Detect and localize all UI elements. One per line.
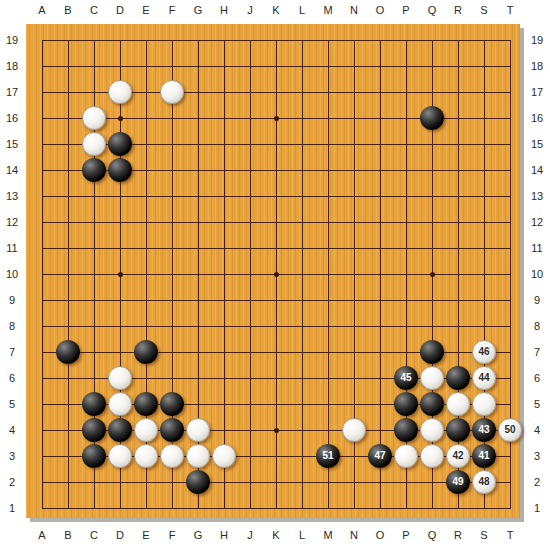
- point-M11: [315, 235, 341, 261]
- row-label-18: 18: [526, 53, 548, 79]
- point-Q18: [419, 53, 445, 79]
- black-stone-C3: [82, 444, 106, 468]
- point-O8: [367, 313, 393, 339]
- point-O12: [367, 209, 393, 235]
- move-number: 43: [478, 425, 489, 435]
- point-R16: [445, 105, 471, 131]
- point-T10: [497, 261, 523, 287]
- point-P14: [393, 157, 419, 183]
- point-G13: [185, 183, 211, 209]
- point-B1: [55, 495, 81, 521]
- black-stone-D4: [108, 418, 132, 442]
- point-N8: [341, 313, 367, 339]
- move-number: 48: [478, 477, 489, 487]
- point-Q9: [419, 287, 445, 313]
- point-K3: [263, 443, 289, 469]
- point-G18: [185, 53, 211, 79]
- point-F6: [159, 365, 185, 391]
- black-stone-R2-move-49: 49: [446, 470, 470, 494]
- row-label-18: 18: [1, 53, 23, 79]
- col-label-C: C: [81, 527, 107, 543]
- point-R15: [445, 131, 471, 157]
- point-M4: [315, 417, 341, 443]
- move-number: 42: [452, 451, 463, 461]
- point-M12: [315, 209, 341, 235]
- point-T6: [497, 365, 523, 391]
- point-A18: [29, 53, 55, 79]
- point-C4: [81, 417, 107, 443]
- point-P10: [393, 261, 419, 287]
- point-P18: [393, 53, 419, 79]
- point-J2: [237, 469, 263, 495]
- row-label-8: 8: [526, 313, 548, 339]
- row-label-4: 4: [526, 417, 548, 443]
- white-stone-R5: [446, 392, 470, 416]
- row-label-10: 10: [526, 261, 548, 287]
- point-K14: [263, 157, 289, 183]
- point-B17: [55, 79, 81, 105]
- point-P15: [393, 131, 419, 157]
- point-T3: [497, 443, 523, 469]
- point-D11: [107, 235, 133, 261]
- point-M2: [315, 469, 341, 495]
- black-stone-E5: [134, 392, 158, 416]
- point-S17: [471, 79, 497, 105]
- point-O4: [367, 417, 393, 443]
- col-label-G: G: [185, 527, 211, 543]
- point-P3: [393, 443, 419, 469]
- row-label-2: 2: [526, 469, 548, 495]
- point-A10: [29, 261, 55, 287]
- point-L14: [289, 157, 315, 183]
- point-O10: [367, 261, 393, 287]
- point-J15: [237, 131, 263, 157]
- row-label-6: 6: [1, 365, 23, 391]
- point-S18: [471, 53, 497, 79]
- black-stone-G2: [186, 470, 210, 494]
- point-F3: [159, 443, 185, 469]
- point-R14: [445, 157, 471, 183]
- point-S5: [471, 391, 497, 417]
- point-P6: 45: [393, 365, 419, 391]
- point-M18: [315, 53, 341, 79]
- point-A5: [29, 391, 55, 417]
- point-L9: [289, 287, 315, 313]
- point-C8: [81, 313, 107, 339]
- point-K4: [263, 417, 289, 443]
- point-F16: [159, 105, 185, 131]
- point-T2: [497, 469, 523, 495]
- point-R1: [445, 495, 471, 521]
- white-stone-S6-move-44: 44: [472, 366, 496, 390]
- row-label-11: 11: [526, 235, 548, 261]
- point-L19: [289, 27, 315, 53]
- point-L11: [289, 235, 315, 261]
- white-stone-S5: [472, 392, 496, 416]
- point-S12: [471, 209, 497, 235]
- point-N14: [341, 157, 367, 183]
- col-label-C: C: [81, 2, 107, 18]
- point-E11: [133, 235, 159, 261]
- point-A6: [29, 365, 55, 391]
- point-G7: [185, 339, 211, 365]
- point-M8: [315, 313, 341, 339]
- row-label-5: 5: [1, 391, 23, 417]
- point-T12: [497, 209, 523, 235]
- point-P2: [393, 469, 419, 495]
- point-D7: [107, 339, 133, 365]
- point-P11: [393, 235, 419, 261]
- point-H13: [211, 183, 237, 209]
- point-A19: [29, 27, 55, 53]
- row-label-9: 9: [526, 287, 548, 313]
- point-B10: [55, 261, 81, 287]
- point-O15: [367, 131, 393, 157]
- point-L3: [289, 443, 315, 469]
- point-C11: [81, 235, 107, 261]
- col-label-G: G: [185, 2, 211, 18]
- point-J10: [237, 261, 263, 287]
- point-N10: [341, 261, 367, 287]
- col-label-Q: Q: [419, 527, 445, 543]
- point-L6: [289, 365, 315, 391]
- point-A12: [29, 209, 55, 235]
- col-label-M: M: [315, 2, 341, 18]
- point-E1: [133, 495, 159, 521]
- col-label-L: L: [289, 527, 315, 543]
- row-label-5: 5: [526, 391, 548, 417]
- point-D9: [107, 287, 133, 313]
- point-C12: [81, 209, 107, 235]
- point-F2: [159, 469, 185, 495]
- point-C2: [81, 469, 107, 495]
- point-B15: [55, 131, 81, 157]
- black-stone-Q16: [420, 106, 444, 130]
- point-G17: [185, 79, 211, 105]
- point-E15: [133, 131, 159, 157]
- row-labels-right: 19181716151413121110987654321: [526, 27, 548, 521]
- point-P16: [393, 105, 419, 131]
- black-stone-F4: [160, 418, 184, 442]
- point-H6: [211, 365, 237, 391]
- point-Q14: [419, 157, 445, 183]
- row-label-19: 19: [526, 27, 548, 53]
- point-L13: [289, 183, 315, 209]
- point-Q1: [419, 495, 445, 521]
- point-D15: [107, 131, 133, 157]
- col-label-S: S: [471, 2, 497, 18]
- point-J19: [237, 27, 263, 53]
- black-stone-C4: [82, 418, 106, 442]
- point-K16: [263, 105, 289, 131]
- point-P1: [393, 495, 419, 521]
- col-label-E: E: [133, 527, 159, 543]
- black-stone-F5: [160, 392, 184, 416]
- white-stone-D17: [108, 80, 132, 104]
- point-R11: [445, 235, 471, 261]
- point-L1: [289, 495, 315, 521]
- point-T8: [497, 313, 523, 339]
- row-label-19: 19: [1, 27, 23, 53]
- point-E16: [133, 105, 159, 131]
- point-O9: [367, 287, 393, 313]
- point-B12: [55, 209, 81, 235]
- point-T5: [497, 391, 523, 417]
- point-H12: [211, 209, 237, 235]
- point-L8: [289, 313, 315, 339]
- point-T14: [497, 157, 523, 183]
- point-R13: [445, 183, 471, 209]
- point-H3: [211, 443, 237, 469]
- point-G1: [185, 495, 211, 521]
- point-T13: [497, 183, 523, 209]
- point-H7: [211, 339, 237, 365]
- white-stone-Q4: [420, 418, 444, 442]
- point-T4: 50: [497, 417, 523, 443]
- point-R9: [445, 287, 471, 313]
- white-stone-N4: [342, 418, 366, 442]
- point-F14: [159, 157, 185, 183]
- point-J4: [237, 417, 263, 443]
- point-O18: [367, 53, 393, 79]
- col-label-J: J: [237, 527, 263, 543]
- point-J18: [237, 53, 263, 79]
- point-G8: [185, 313, 211, 339]
- row-label-12: 12: [1, 209, 23, 235]
- point-C9: [81, 287, 107, 313]
- point-M1: [315, 495, 341, 521]
- point-Q16: [419, 105, 445, 131]
- row-label-15: 15: [526, 131, 548, 157]
- col-label-K: K: [263, 2, 289, 18]
- point-S10: [471, 261, 497, 287]
- point-K15: [263, 131, 289, 157]
- white-stone-Q3: [420, 444, 444, 468]
- point-G2: [185, 469, 211, 495]
- point-J17: [237, 79, 263, 105]
- col-label-B: B: [55, 2, 81, 18]
- point-T15: [497, 131, 523, 157]
- white-stone-D5: [108, 392, 132, 416]
- point-B18: [55, 53, 81, 79]
- move-number: 50: [504, 425, 515, 435]
- point-P5: [393, 391, 419, 417]
- move-number: 41: [478, 451, 489, 461]
- point-N5: [341, 391, 367, 417]
- point-B11: [55, 235, 81, 261]
- black-stone-C14: [82, 158, 106, 182]
- point-M10: [315, 261, 341, 287]
- point-G3: [185, 443, 211, 469]
- point-D2: [107, 469, 133, 495]
- point-E18: [133, 53, 159, 79]
- point-E6: [133, 365, 159, 391]
- row-label-7: 7: [1, 339, 23, 365]
- point-N16: [341, 105, 367, 131]
- point-D1: [107, 495, 133, 521]
- col-label-E: E: [133, 2, 159, 18]
- point-K1: [263, 495, 289, 521]
- point-C15: [81, 131, 107, 157]
- point-F12: [159, 209, 185, 235]
- point-E3: [133, 443, 159, 469]
- row-label-14: 14: [1, 157, 23, 183]
- white-stone-C15: [82, 132, 106, 156]
- point-J14: [237, 157, 263, 183]
- point-M17: [315, 79, 341, 105]
- point-H8: [211, 313, 237, 339]
- point-J16: [237, 105, 263, 131]
- point-K2: [263, 469, 289, 495]
- point-B4: [55, 417, 81, 443]
- point-K5: [263, 391, 289, 417]
- white-stone-P3: [394, 444, 418, 468]
- black-stone-E7: [134, 340, 158, 364]
- col-label-K: K: [263, 527, 289, 543]
- white-stone-S2-move-48: 48: [472, 470, 496, 494]
- black-stone-P4: [394, 418, 418, 442]
- black-stone-Q5: [420, 392, 444, 416]
- row-label-12: 12: [526, 209, 548, 235]
- point-D12: [107, 209, 133, 235]
- point-F1: [159, 495, 185, 521]
- row-label-3: 3: [1, 443, 23, 469]
- point-T16: [497, 105, 523, 131]
- point-L2: [289, 469, 315, 495]
- black-stone-D15: [108, 132, 132, 156]
- white-stone-D6: [108, 366, 132, 390]
- row-label-13: 13: [1, 183, 23, 209]
- point-K17: [263, 79, 289, 105]
- black-stone-P5: [394, 392, 418, 416]
- point-J6: [237, 365, 263, 391]
- point-P4: [393, 417, 419, 443]
- point-B19: [55, 27, 81, 53]
- col-label-R: R: [445, 2, 471, 18]
- point-Q4: [419, 417, 445, 443]
- point-L7: [289, 339, 315, 365]
- point-A14: [29, 157, 55, 183]
- point-C18: [81, 53, 107, 79]
- point-R7: [445, 339, 471, 365]
- point-T1: [497, 495, 523, 521]
- point-Q5: [419, 391, 445, 417]
- black-stone-D14: [108, 158, 132, 182]
- white-stone-E3: [134, 444, 158, 468]
- point-L17: [289, 79, 315, 105]
- point-J1: [237, 495, 263, 521]
- point-Q6: [419, 365, 445, 391]
- point-J8: [237, 313, 263, 339]
- move-number: 47: [374, 451, 385, 461]
- point-C17: [81, 79, 107, 105]
- point-S13: [471, 183, 497, 209]
- point-J7: [237, 339, 263, 365]
- point-N17: [341, 79, 367, 105]
- point-H5: [211, 391, 237, 417]
- point-B9: [55, 287, 81, 313]
- point-M14: [315, 157, 341, 183]
- point-R12: [445, 209, 471, 235]
- point-B13: [55, 183, 81, 209]
- point-D16: [107, 105, 133, 131]
- row-label-11: 11: [1, 235, 23, 261]
- point-N19: [341, 27, 367, 53]
- point-S16: [471, 105, 497, 131]
- point-F4: [159, 417, 185, 443]
- point-H15: [211, 131, 237, 157]
- point-Q10: [419, 261, 445, 287]
- row-label-9: 9: [1, 287, 23, 313]
- point-E4: [133, 417, 159, 443]
- point-L15: [289, 131, 315, 157]
- point-A17: [29, 79, 55, 105]
- point-S3: 41: [471, 443, 497, 469]
- point-O1: [367, 495, 393, 521]
- point-G12: [185, 209, 211, 235]
- point-A15: [29, 131, 55, 157]
- col-label-O: O: [367, 2, 393, 18]
- point-D6: [107, 365, 133, 391]
- point-A11: [29, 235, 55, 261]
- point-F8: [159, 313, 185, 339]
- black-stone-P6-move-45: 45: [394, 366, 418, 390]
- point-N4: [341, 417, 367, 443]
- point-K19: [263, 27, 289, 53]
- point-S15: [471, 131, 497, 157]
- point-E12: [133, 209, 159, 235]
- point-B16: [55, 105, 81, 131]
- point-S2: 48: [471, 469, 497, 495]
- point-G16: [185, 105, 211, 131]
- col-label-Q: Q: [419, 2, 445, 18]
- point-O3: 47: [367, 443, 393, 469]
- point-T17: [497, 79, 523, 105]
- row-label-14: 14: [526, 157, 548, 183]
- point-L4: [289, 417, 315, 443]
- col-label-D: D: [107, 2, 133, 18]
- row-label-2: 2: [1, 469, 23, 495]
- point-M16: [315, 105, 341, 131]
- black-stone-S3-move-41: 41: [472, 444, 496, 468]
- point-H9: [211, 287, 237, 313]
- point-R6: [445, 365, 471, 391]
- point-G10: [185, 261, 211, 287]
- point-Q13: [419, 183, 445, 209]
- point-D10: [107, 261, 133, 287]
- point-F18: [159, 53, 185, 79]
- point-F15: [159, 131, 185, 157]
- white-stone-G3: [186, 444, 210, 468]
- point-L5: [289, 391, 315, 417]
- point-F17: [159, 79, 185, 105]
- col-label-R: R: [445, 527, 471, 543]
- point-S19: [471, 27, 497, 53]
- point-H18: [211, 53, 237, 79]
- point-P19: [393, 27, 419, 53]
- point-A13: [29, 183, 55, 209]
- point-Q2: [419, 469, 445, 495]
- point-C3: [81, 443, 107, 469]
- point-A4: [29, 417, 55, 443]
- point-R8: [445, 313, 471, 339]
- point-G4: [185, 417, 211, 443]
- point-F5: [159, 391, 185, 417]
- point-R10: [445, 261, 471, 287]
- point-S6: 44: [471, 365, 497, 391]
- point-B14: [55, 157, 81, 183]
- point-B8: [55, 313, 81, 339]
